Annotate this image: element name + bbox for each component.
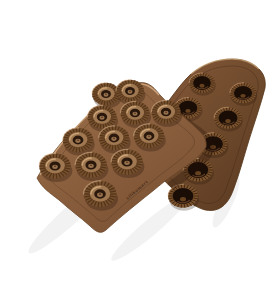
product-photo: silikomart — [0, 0, 275, 290]
product-photo-stage: silikomart — [0, 0, 275, 290]
